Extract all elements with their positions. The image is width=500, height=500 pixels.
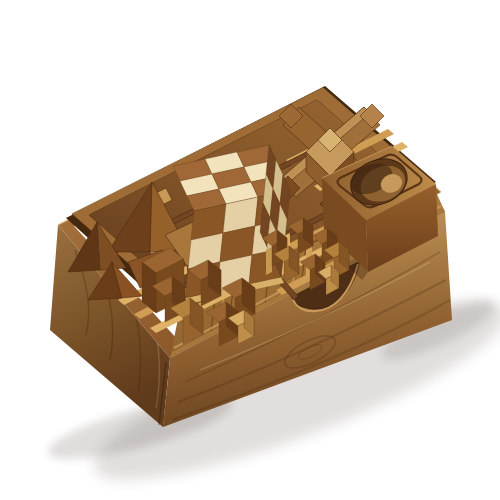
product-photo (0, 0, 500, 500)
puzzle-box-scene (0, 0, 500, 500)
